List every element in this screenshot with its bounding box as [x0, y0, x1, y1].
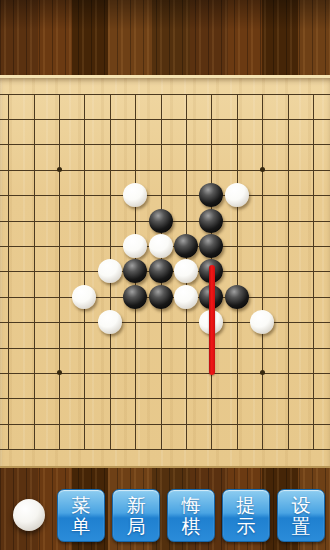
intersection-c8-r5[interactable] [173, 208, 198, 233]
intersection-c14-r13[interactable] [326, 411, 330, 436]
white-stone [174, 285, 198, 309]
black-stone [199, 209, 223, 233]
white-stone [174, 259, 198, 283]
intersection-c6-r13[interactable] [123, 411, 148, 436]
white-stone [72, 285, 96, 309]
intersection-c12-r13[interactable] [275, 411, 300, 436]
intersection-c1-r12[interactable] [0, 386, 21, 411]
intersection-c2-r3[interactable] [21, 157, 46, 182]
intersection-c8-r10[interactable] [173, 335, 198, 360]
intersection-c8-r1[interactable] [173, 106, 198, 131]
intersection-c3-r12[interactable] [46, 386, 71, 411]
intersection-c3-r0[interactable] [46, 81, 71, 106]
intersection-c6-r4[interactable] [123, 183, 148, 208]
intersection-c9-r14[interactable] [199, 436, 224, 461]
intersection-c4-r13[interactable] [72, 411, 97, 436]
undo-button-label: 悔棋 [181, 495, 202, 537]
intersection-c6-r2[interactable] [123, 132, 148, 157]
intersection-c9-r1[interactable] [199, 106, 224, 131]
intersection-c12-r3[interactable] [275, 157, 300, 182]
intersection-c3-r5[interactable] [46, 208, 71, 233]
intersection-c7-r14[interactable] [148, 436, 173, 461]
intersection-c4-r4[interactable] [72, 183, 97, 208]
intersection-c14-r5[interactable] [326, 208, 330, 233]
black-stone [199, 183, 223, 207]
intersection-c1-r5[interactable] [0, 208, 21, 233]
intersection-c6-r14[interactable] [123, 436, 148, 461]
intersection-c4-r12[interactable] [72, 386, 97, 411]
intersection-c6-r7[interactable] [123, 259, 148, 284]
intersection-c7-r8[interactable] [148, 284, 173, 309]
intersection-c14-r2[interactable] [326, 132, 330, 157]
intersection-c12-r10[interactable] [275, 335, 300, 360]
intersection-c2-r9[interactable] [21, 310, 46, 335]
turn-indicator-white-stone [13, 499, 45, 531]
intersection-c3-r1[interactable] [46, 106, 71, 131]
intersection-c4-r1[interactable] [72, 106, 97, 131]
intersection-c10-r14[interactable] [224, 436, 249, 461]
intersection-c10-r3[interactable] [224, 157, 249, 182]
intersection-c6-r6[interactable] [123, 233, 148, 258]
hint-button-label: 提示 [236, 495, 257, 537]
intersection-c11-r1[interactable] [250, 106, 275, 131]
win-line-marker [209, 265, 215, 375]
white-stone [98, 310, 122, 334]
intersection-c8-r13[interactable] [173, 411, 198, 436]
intersection-c3-r10[interactable] [46, 335, 71, 360]
gomoku-app: 菜单 新局 悔棋 提示 设置 [0, 0, 330, 550]
intersection-c5-r12[interactable] [97, 386, 122, 411]
intersection-c9-r3[interactable] [199, 157, 224, 182]
intersection-c11-r2[interactable] [250, 132, 275, 157]
intersection-c7-r2[interactable] [148, 132, 173, 157]
intersection-c2-r8[interactable] [21, 284, 46, 309]
white-stone [98, 259, 122, 283]
board-grid [0, 81, 330, 462]
intersection-c1-r13[interactable] [0, 411, 21, 436]
intersection-c8-r2[interactable] [173, 132, 198, 157]
intersection-c3-r2[interactable] [46, 132, 71, 157]
star-point [260, 370, 265, 375]
intersection-c10-r7[interactable] [224, 259, 249, 284]
intersection-c4-r5[interactable] [72, 208, 97, 233]
intersection-c13-r5[interactable] [300, 208, 325, 233]
intersection-c14-r4[interactable] [326, 183, 330, 208]
intersection-c1-r8[interactable] [0, 284, 21, 309]
intersection-c7-r7[interactable] [148, 259, 173, 284]
intersection-c2-r1[interactable] [21, 106, 46, 131]
intersection-c14-r11[interactable] [326, 360, 330, 385]
intersection-c1-r9[interactable] [0, 310, 21, 335]
star-point [57, 370, 62, 375]
intersection-c14-r12[interactable] [326, 386, 330, 411]
intersection-c1-r4[interactable] [0, 183, 21, 208]
intersection-c9-r2[interactable] [199, 132, 224, 157]
intersection-c4-r0[interactable] [72, 81, 97, 106]
intersection-c7-r11[interactable] [148, 360, 173, 385]
intersection-c8-r12[interactable] [173, 386, 198, 411]
intersection-c11-r7[interactable] [250, 259, 275, 284]
undo-button[interactable]: 悔棋 [167, 489, 215, 542]
intersection-c8-r11[interactable] [173, 360, 198, 385]
intersection-c1-r10[interactable] [0, 335, 21, 360]
new-game-button-label: 新局 [126, 495, 147, 537]
intersection-c11-r6[interactable] [250, 233, 275, 258]
intersection-c13-r14[interactable] [300, 436, 325, 461]
intersection-c2-r2[interactable] [21, 132, 46, 157]
menu-button[interactable]: 菜单 [57, 489, 105, 542]
game-board[interactable] [0, 75, 330, 468]
black-stone [149, 209, 173, 233]
intersection-c3-r6[interactable] [46, 233, 71, 258]
intersection-c14-r8[interactable] [326, 284, 330, 309]
black-stone [149, 259, 173, 283]
intersection-c5-r10[interactable] [97, 335, 122, 360]
intersection-c6-r0[interactable] [123, 81, 148, 106]
intersection-c8-r7[interactable] [173, 259, 198, 284]
intersection-c8-r14[interactable] [173, 436, 198, 461]
star-point [260, 167, 265, 172]
intersection-c7-r0[interactable] [148, 81, 173, 106]
intersection-c13-r8[interactable] [300, 284, 325, 309]
intersection-c13-r6[interactable] [300, 233, 325, 258]
intersection-c14-r0[interactable] [326, 81, 330, 106]
intersection-c6-r1[interactable] [123, 106, 148, 131]
black-stone [199, 234, 223, 258]
intersection-c5-r9[interactable] [97, 310, 122, 335]
intersection-c12-r12[interactable] [275, 386, 300, 411]
intersection-c1-r2[interactable] [0, 132, 21, 157]
intersection-c11-r12[interactable] [250, 386, 275, 411]
black-stone [225, 285, 249, 309]
intersection-c11-r4[interactable] [250, 183, 275, 208]
intersection-c12-r0[interactable] [275, 81, 300, 106]
top-wood-frame [0, 0, 330, 75]
intersection-c4-r8[interactable] [72, 284, 97, 309]
intersection-c10-r1[interactable] [224, 106, 249, 131]
white-stone [225, 183, 249, 207]
intersection-c3-r13[interactable] [46, 411, 71, 436]
intersection-c6-r3[interactable] [123, 157, 148, 182]
intersection-c1-r11[interactable] [0, 360, 21, 385]
intersection-c4-r11[interactable] [72, 360, 97, 385]
white-stone [250, 310, 274, 334]
intersection-c10-r4[interactable] [224, 183, 249, 208]
intersection-c5-r7[interactable] [97, 259, 122, 284]
intersection-c10-r2[interactable] [224, 132, 249, 157]
intersection-c8-r6[interactable] [173, 233, 198, 258]
intersection-c7-r9[interactable] [148, 310, 173, 335]
intersection-c6-r8[interactable] [123, 284, 148, 309]
intersection-c14-r10[interactable] [326, 335, 330, 360]
intersection-c2-r10[interactable] [21, 335, 46, 360]
menu-button-label: 菜单 [71, 495, 92, 537]
intersection-c4-r6[interactable] [72, 233, 97, 258]
black-stone [123, 285, 147, 309]
intersection-c13-r0[interactable] [300, 81, 325, 106]
white-stone [149, 234, 173, 258]
intersection-c2-r6[interactable] [21, 233, 46, 258]
intersection-c13-r10[interactable] [300, 335, 325, 360]
intersection-c1-r0[interactable] [0, 81, 21, 106]
intersection-c10-r13[interactable] [224, 411, 249, 436]
intersection-c11-r13[interactable] [250, 411, 275, 436]
intersection-c4-r3[interactable] [72, 157, 97, 182]
new-game-button[interactable]: 新局 [112, 489, 160, 542]
white-stone [123, 234, 147, 258]
intersection-c5-r8[interactable] [97, 284, 122, 309]
intersection-c13-r3[interactable] [300, 157, 325, 182]
intersection-c3-r4[interactable] [46, 183, 71, 208]
intersection-c6-r10[interactable] [123, 335, 148, 360]
intersection-c7-r1[interactable] [148, 106, 173, 131]
intersection-c13-r1[interactable] [300, 106, 325, 131]
intersection-c1-r14[interactable] [0, 436, 21, 461]
intersection-c9-r12[interactable] [199, 386, 224, 411]
intersection-c3-r14[interactable] [46, 436, 71, 461]
intersection-c13-r4[interactable] [300, 183, 325, 208]
intersection-c3-r7[interactable] [46, 259, 71, 284]
intersection-c12-r14[interactable] [275, 436, 300, 461]
intersection-c6-r9[interactable] [123, 310, 148, 335]
intersection-c10-r10[interactable] [224, 335, 249, 360]
intersection-c1-r7[interactable] [0, 259, 21, 284]
intersection-c10-r0[interactable] [224, 81, 249, 106]
intersection-c3-r9[interactable] [46, 310, 71, 335]
intersection-c12-r2[interactable] [275, 132, 300, 157]
intersection-c13-r13[interactable] [300, 411, 325, 436]
intersection-c11-r10[interactable] [250, 335, 275, 360]
intersection-c11-r9[interactable] [250, 310, 275, 335]
intersection-c11-r5[interactable] [250, 208, 275, 233]
intersection-c5-r5[interactable] [97, 208, 122, 233]
intersection-c4-r7[interactable] [72, 259, 97, 284]
intersection-c5-r13[interactable] [97, 411, 122, 436]
intersection-c1-r3[interactable] [0, 157, 21, 182]
intersection-c10-r6[interactable] [224, 233, 249, 258]
intersection-c7-r12[interactable] [148, 386, 173, 411]
intersection-c5-r2[interactable] [97, 132, 122, 157]
intersection-c8-r8[interactable] [173, 284, 198, 309]
intersection-c2-r5[interactable] [21, 208, 46, 233]
settings-button[interactable]: 设置 [277, 489, 325, 542]
intersection-c7-r6[interactable] [148, 233, 173, 258]
intersection-c5-r0[interactable] [97, 81, 122, 106]
intersection-c12-r11[interactable] [275, 360, 300, 385]
intersection-c1-r1[interactable] [0, 106, 21, 131]
intersection-c7-r5[interactable] [148, 208, 173, 233]
intersection-c4-r9[interactable] [72, 310, 97, 335]
intersection-c9-r13[interactable] [199, 411, 224, 436]
intersection-c5-r14[interactable] [97, 436, 122, 461]
intersection-c14-r3[interactable] [326, 157, 330, 182]
black-stone [174, 234, 198, 258]
intersection-c4-r10[interactable] [72, 335, 97, 360]
star-point [57, 167, 62, 172]
intersection-c12-r1[interactable] [275, 106, 300, 131]
intersection-c10-r9[interactable] [224, 310, 249, 335]
intersection-c6-r12[interactable] [123, 386, 148, 411]
intersection-c2-r14[interactable] [21, 436, 46, 461]
intersection-c12-r6[interactable] [275, 233, 300, 258]
intersection-c2-r4[interactable] [21, 183, 46, 208]
black-stone [149, 285, 173, 309]
intersection-c5-r6[interactable] [97, 233, 122, 258]
intersection-c13-r7[interactable] [300, 259, 325, 284]
intersection-c5-r3[interactable] [97, 157, 122, 182]
intersection-c9-r5[interactable] [199, 208, 224, 233]
intersection-c12-r7[interactable] [275, 259, 300, 284]
intersection-c13-r2[interactable] [300, 132, 325, 157]
intersection-c5-r11[interactable] [97, 360, 122, 385]
intersection-c12-r9[interactable] [275, 310, 300, 335]
intersection-c10-r8[interactable] [224, 284, 249, 309]
intersection-c2-r11[interactable] [21, 360, 46, 385]
bottom-toolbar: 菜单 新局 悔棋 提示 设置 [0, 463, 330, 550]
intersection-c11-r14[interactable] [250, 436, 275, 461]
white-stone [123, 183, 147, 207]
intersection-c2-r7[interactable] [21, 259, 46, 284]
intersection-c5-r1[interactable] [97, 106, 122, 131]
intersection-c14-r7[interactable] [326, 259, 330, 284]
intersection-c9-r6[interactable] [199, 233, 224, 258]
intersection-c7-r13[interactable] [148, 411, 173, 436]
intersection-c4-r2[interactable] [72, 132, 97, 157]
intersection-c7-r10[interactable] [148, 335, 173, 360]
intersection-c6-r11[interactable] [123, 360, 148, 385]
intersection-c1-r6[interactable] [0, 233, 21, 258]
settings-button-label: 设置 [291, 495, 312, 537]
intersection-c3-r11[interactable] [46, 360, 71, 385]
black-stone [123, 259, 147, 283]
intersection-c8-r0[interactable] [173, 81, 198, 106]
intersection-c9-r4[interactable] [199, 183, 224, 208]
intersection-c12-r4[interactable] [275, 183, 300, 208]
intersection-c11-r0[interactable] [250, 81, 275, 106]
intersection-c5-r4[interactable] [97, 183, 122, 208]
intersection-c12-r8[interactable] [275, 284, 300, 309]
intersection-c9-r0[interactable] [199, 81, 224, 106]
intersection-c11-r11[interactable] [250, 360, 275, 385]
intersection-c7-r3[interactable] [148, 157, 173, 182]
intersection-c8-r4[interactable] [173, 183, 198, 208]
intersection-c13-r9[interactable] [300, 310, 325, 335]
intersection-c4-r14[interactable] [72, 436, 97, 461]
intersection-c6-r5[interactable] [123, 208, 148, 233]
intersection-c14-r6[interactable] [326, 233, 330, 258]
intersection-c13-r12[interactable] [300, 386, 325, 411]
intersection-c3-r3[interactable] [46, 157, 71, 182]
intersection-c10-r5[interactable] [224, 208, 249, 233]
intersection-c3-r8[interactable] [46, 284, 71, 309]
intersection-c14-r14[interactable] [326, 436, 330, 461]
intersection-c13-r11[interactable] [300, 360, 325, 385]
intersection-c2-r12[interactable] [21, 386, 46, 411]
intersection-c8-r9[interactable] [173, 310, 198, 335]
intersection-c8-r3[interactable] [173, 157, 198, 182]
intersection-c14-r9[interactable] [326, 310, 330, 335]
intersection-c10-r11[interactable] [224, 360, 249, 385]
intersection-c10-r12[interactable] [224, 386, 249, 411]
intersection-c12-r5[interactable] [275, 208, 300, 233]
intersection-c2-r0[interactable] [21, 81, 46, 106]
intersection-c11-r3[interactable] [250, 157, 275, 182]
intersection-c14-r1[interactable] [326, 106, 330, 131]
intersection-c7-r4[interactable] [148, 183, 173, 208]
intersection-c2-r13[interactable] [21, 411, 46, 436]
intersection-c11-r8[interactable] [250, 284, 275, 309]
hint-button[interactable]: 提示 [222, 489, 270, 542]
